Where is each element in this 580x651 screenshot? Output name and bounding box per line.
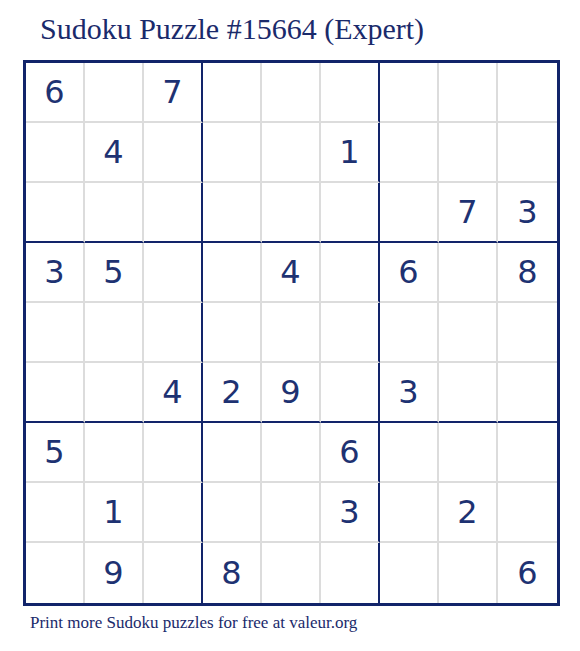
cell-r4c9: 8 <box>498 243 557 303</box>
cell-r5c3[interactable] <box>144 303 203 363</box>
cell-r2c8[interactable] <box>439 123 498 183</box>
cell-r7c1: 5 <box>26 423 85 483</box>
cell-r5c5[interactable] <box>262 303 321 363</box>
cell-r8c6: 3 <box>321 483 380 543</box>
cell-r5c1[interactable] <box>26 303 85 363</box>
cell-r3c8: 7 <box>439 183 498 243</box>
cell-r2c9[interactable] <box>498 123 557 183</box>
cell-r5c7[interactable] <box>380 303 439 363</box>
cell-r6c1[interactable] <box>26 363 85 423</box>
cell-r8c3[interactable] <box>144 483 203 543</box>
cell-r7c2[interactable] <box>85 423 144 483</box>
cell-r9c5[interactable] <box>262 543 321 603</box>
page-title: Sudoku Puzzle #15664 (Expert) <box>40 12 424 46</box>
cell-r5c6[interactable] <box>321 303 380 363</box>
cell-r9c6[interactable] <box>321 543 380 603</box>
cell-r2c4[interactable] <box>203 123 262 183</box>
cell-r2c2: 4 <box>85 123 144 183</box>
cell-r5c9[interactable] <box>498 303 557 363</box>
cell-r4c2: 5 <box>85 243 144 303</box>
cell-r3c1[interactable] <box>26 183 85 243</box>
cell-r7c6: 6 <box>321 423 380 483</box>
cell-r7c5[interactable] <box>262 423 321 483</box>
cell-r3c7[interactable] <box>380 183 439 243</box>
cell-r1c9[interactable] <box>498 63 557 123</box>
cell-r4c3[interactable] <box>144 243 203 303</box>
cell-r3c4[interactable] <box>203 183 262 243</box>
cell-r9c9: 6 <box>498 543 557 603</box>
cell-r3c2[interactable] <box>85 183 144 243</box>
cell-r9c3[interactable] <box>144 543 203 603</box>
cell-r9c2: 9 <box>85 543 144 603</box>
cell-r5c8[interactable] <box>439 303 498 363</box>
cell-r8c8: 2 <box>439 483 498 543</box>
cell-r3c9: 3 <box>498 183 557 243</box>
cell-r1c8[interactable] <box>439 63 498 123</box>
cell-r9c7[interactable] <box>380 543 439 603</box>
cell-r6c9[interactable] <box>498 363 557 423</box>
cell-r1c4[interactable] <box>203 63 262 123</box>
cell-r6c6[interactable] <box>321 363 380 423</box>
cell-r4c6[interactable] <box>321 243 380 303</box>
cell-r3c5[interactable] <box>262 183 321 243</box>
cell-r2c7[interactable] <box>380 123 439 183</box>
cell-r4c8[interactable] <box>439 243 498 303</box>
cell-r9c1[interactable] <box>26 543 85 603</box>
cell-r8c4[interactable] <box>203 483 262 543</box>
cell-r8c9[interactable] <box>498 483 557 543</box>
cell-r7c4[interactable] <box>203 423 262 483</box>
cell-r6c3: 4 <box>144 363 203 423</box>
cell-r6c5: 9 <box>262 363 321 423</box>
cell-r8c1[interactable] <box>26 483 85 543</box>
cell-r1c5[interactable] <box>262 63 321 123</box>
cell-r2c1[interactable] <box>26 123 85 183</box>
cell-r1c6[interactable] <box>321 63 380 123</box>
cell-r7c8[interactable] <box>439 423 498 483</box>
cell-r9c4: 8 <box>203 543 262 603</box>
cell-r1c2[interactable] <box>85 63 144 123</box>
cell-r3c3[interactable] <box>144 183 203 243</box>
cell-r6c2[interactable] <box>85 363 144 423</box>
footer-text: Print more Sudoku puzzles for free at va… <box>30 613 357 633</box>
cell-r1c1: 6 <box>26 63 85 123</box>
cell-r7c9[interactable] <box>498 423 557 483</box>
sudoku-grid: 67417335468429356132986 <box>23 60 560 606</box>
cell-r1c3: 7 <box>144 63 203 123</box>
cell-r2c5[interactable] <box>262 123 321 183</box>
cell-r8c7[interactable] <box>380 483 439 543</box>
cell-r4c7: 6 <box>380 243 439 303</box>
cell-r6c7: 3 <box>380 363 439 423</box>
cell-r2c6: 1 <box>321 123 380 183</box>
cell-r6c8[interactable] <box>439 363 498 423</box>
cell-r7c7[interactable] <box>380 423 439 483</box>
cell-r7c3[interactable] <box>144 423 203 483</box>
cell-r8c5[interactable] <box>262 483 321 543</box>
cell-r5c2[interactable] <box>85 303 144 363</box>
cell-r9c8[interactable] <box>439 543 498 603</box>
cell-r1c7[interactable] <box>380 63 439 123</box>
cell-r2c3[interactable] <box>144 123 203 183</box>
cell-r4c1: 3 <box>26 243 85 303</box>
cell-r8c2: 1 <box>85 483 144 543</box>
cell-r6c4: 2 <box>203 363 262 423</box>
sudoku-page: Sudoku Puzzle #15664 (Expert) 6741733546… <box>0 0 580 651</box>
cell-r3c6[interactable] <box>321 183 380 243</box>
cell-r4c4[interactable] <box>203 243 262 303</box>
cell-r4c5: 4 <box>262 243 321 303</box>
cell-r5c4[interactable] <box>203 303 262 363</box>
